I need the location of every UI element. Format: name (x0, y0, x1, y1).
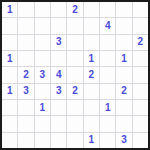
empty-cell[interactable] (2, 18, 17, 33)
clue-cell: 1 (84, 51, 99, 66)
empty-cell[interactable] (133, 67, 148, 82)
puzzle-board: 124321112342133221113 (0, 0, 150, 150)
empty-cell[interactable] (67, 133, 82, 148)
empty-cell[interactable] (67, 51, 82, 66)
clue-cell: 1 (35, 100, 50, 115)
empty-cell[interactable] (35, 51, 50, 66)
empty-cell[interactable] (2, 67, 17, 82)
empty-cell[interactable] (67, 18, 82, 33)
empty-cell[interactable] (133, 18, 148, 33)
clue-cell: 2 (116, 84, 131, 99)
clue-cell: 2 (133, 35, 148, 50)
empty-cell[interactable] (84, 18, 99, 33)
clue-cell: 2 (67, 84, 82, 99)
empty-cell[interactable] (35, 18, 50, 33)
empty-cell[interactable] (2, 100, 17, 115)
empty-cell[interactable] (51, 133, 66, 148)
empty-cell[interactable] (116, 67, 131, 82)
empty-cell[interactable] (35, 2, 50, 17)
clue-cell: 1 (116, 51, 131, 66)
empty-cell[interactable] (51, 51, 66, 66)
empty-cell[interactable] (116, 2, 131, 17)
clue-cell: 1 (2, 2, 17, 17)
empty-cell[interactable] (18, 35, 33, 50)
empty-cell[interactable] (100, 116, 115, 131)
clue-cell: 3 (51, 84, 66, 99)
clue-cell: 3 (51, 35, 66, 50)
clue-cell: 3 (35, 67, 50, 82)
empty-cell[interactable] (100, 67, 115, 82)
empty-cell[interactable] (51, 2, 66, 17)
empty-cell[interactable] (67, 116, 82, 131)
empty-cell[interactable] (84, 84, 99, 99)
empty-cell[interactable] (133, 133, 148, 148)
empty-cell[interactable] (2, 133, 17, 148)
empty-cell[interactable] (100, 51, 115, 66)
empty-cell[interactable] (2, 116, 17, 131)
clue-cell: 2 (84, 67, 99, 82)
clue-cell: 2 (67, 2, 82, 17)
empty-cell[interactable] (18, 116, 33, 131)
clue-cell: 1 (2, 51, 17, 66)
clue-cell: 3 (116, 133, 131, 148)
empty-cell[interactable] (67, 67, 82, 82)
empty-cell[interactable] (116, 116, 131, 131)
empty-cell[interactable] (133, 51, 148, 66)
clue-cell: 1 (2, 84, 17, 99)
empty-cell[interactable] (35, 84, 50, 99)
empty-cell[interactable] (18, 133, 33, 148)
clue-cell: 1 (100, 100, 115, 115)
empty-cell[interactable] (51, 100, 66, 115)
empty-cell[interactable] (67, 35, 82, 50)
empty-cell[interactable] (2, 35, 17, 50)
empty-cell[interactable] (84, 2, 99, 17)
empty-cell[interactable] (35, 133, 50, 148)
empty-cell[interactable] (51, 116, 66, 131)
empty-cell[interactable] (51, 18, 66, 33)
empty-cell[interactable] (18, 2, 33, 17)
clue-cell: 2 (18, 67, 33, 82)
clue-cell: 4 (51, 67, 66, 82)
empty-cell[interactable] (133, 100, 148, 115)
empty-cell[interactable] (35, 116, 50, 131)
empty-cell[interactable] (84, 35, 99, 50)
empty-cell[interactable] (84, 116, 99, 131)
empty-cell[interactable] (133, 116, 148, 131)
clue-cell: 3 (18, 84, 33, 99)
empty-cell[interactable] (18, 18, 33, 33)
empty-cell[interactable] (100, 133, 115, 148)
empty-cell[interactable] (84, 100, 99, 115)
clue-cell: 4 (100, 18, 115, 33)
empty-cell[interactable] (35, 35, 50, 50)
empty-cell[interactable] (18, 51, 33, 66)
empty-cell[interactable] (116, 100, 131, 115)
empty-cell[interactable] (116, 18, 131, 33)
empty-cell[interactable] (100, 2, 115, 17)
empty-cell[interactable] (67, 100, 82, 115)
empty-cell[interactable] (133, 84, 148, 99)
empty-cell[interactable] (100, 35, 115, 50)
empty-cell[interactable] (116, 35, 131, 50)
clue-cell: 1 (84, 133, 99, 148)
empty-cell[interactable] (18, 100, 33, 115)
empty-cell[interactable] (133, 2, 148, 17)
empty-cell[interactable] (100, 84, 115, 99)
